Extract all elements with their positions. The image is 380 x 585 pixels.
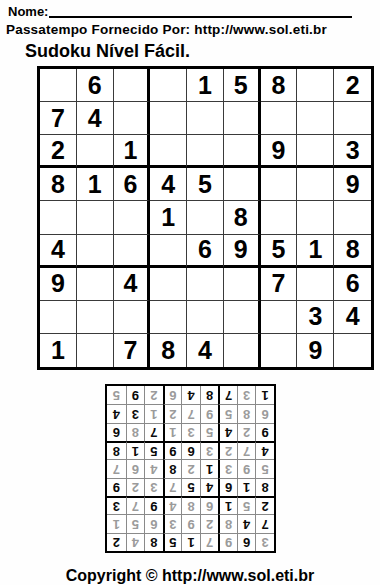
solution-cell-r9c5: 4 — [181, 386, 200, 404]
sudoku-cell-r4c4: 4 — [150, 168, 187, 201]
sudoku-cell-r2c3[interactable] — [114, 102, 151, 135]
sudoku-cell-r2c2: 4 — [77, 102, 114, 135]
sudoku-cell-r1c4[interactable] — [150, 69, 187, 102]
sudoku-cell-r8c1[interactable] — [40, 301, 77, 334]
sudoku-cell-r3c3: 1 — [114, 135, 151, 168]
sudoku-cell-r6c7: 5 — [261, 235, 298, 268]
sudoku-cell-r3c4[interactable] — [150, 135, 187, 168]
copyright-line: Copyright © http://www.sol.eti.br — [0, 567, 380, 585]
sudoku-cell-r1c6: 5 — [224, 69, 261, 102]
sudoku-cell-r9c9[interactable] — [334, 334, 371, 367]
sudoku-cell-r4c1: 8 — [40, 168, 77, 201]
solution-cell-r3c4: 6 — [199, 496, 218, 514]
puzzle-page: Nome: Passatempo Fornecido Por: http://w… — [0, 0, 380, 585]
sudoku-cell-r3c6[interactable] — [224, 135, 261, 168]
solution-cell-r6c5: 6 — [181, 441, 200, 459]
sudoku-cell-r5c3[interactable] — [114, 201, 151, 234]
page-title: Sudoku Nível Fácil. — [0, 37, 380, 62]
sudoku-cell-r7c5[interactable] — [187, 268, 224, 301]
sudoku-cell-r4c2: 1 — [77, 168, 114, 201]
solution-cell-r7c8: 8 — [125, 423, 144, 441]
solution-cell-r4c9: 9 — [107, 478, 126, 496]
sudoku-cell-r2c1: 7 — [40, 102, 77, 135]
sudoku-cell-r4c6[interactable] — [224, 168, 261, 201]
name-label: Nome: — [8, 5, 48, 18]
solution-cell-r2c7: 6 — [144, 514, 163, 532]
solution-cell-r6c8: 1 — [125, 441, 144, 459]
solution-cell-r8c2: 8 — [236, 404, 255, 422]
solution-cell-r4c7: 3 — [144, 478, 163, 496]
solution-cell-r2c8: 5 — [125, 514, 144, 532]
sudoku-cell-r1c8[interactable] — [297, 69, 334, 102]
solution-cell-r7c9: 6 — [107, 423, 126, 441]
solution-cell-r4c5: 5 — [181, 478, 200, 496]
solution-cell-r2c2: 4 — [236, 514, 255, 532]
sudoku-cell-r8c4[interactable] — [150, 301, 187, 334]
solution-cell-r7c4: 5 — [199, 423, 218, 441]
sudoku-cell-r9c7[interactable] — [261, 334, 298, 367]
name-field-row: Nome: — [0, 0, 380, 18]
sudoku-cell-r9c3: 7 — [114, 334, 151, 367]
sudoku-cell-r8c3[interactable] — [114, 301, 151, 334]
solution-cell-r3c7: 9 — [144, 496, 163, 514]
solution-cell-r9c3: 7 — [218, 386, 237, 404]
solution-cell-r9c4: 8 — [199, 386, 218, 404]
solution-board-wrap: 3697158427482936512516849738164573295931… — [0, 384, 380, 553]
sudoku-cell-r6c4[interactable] — [150, 235, 187, 268]
solution-cell-r2c9: 1 — [107, 514, 126, 532]
sudoku-cell-r6c6: 9 — [224, 235, 261, 268]
sudoku-cell-r7c9: 6 — [334, 268, 371, 301]
sudoku-cell-r7c6[interactable] — [224, 268, 261, 301]
solution-cell-r9c7: 2 — [144, 386, 163, 404]
solution-cell-r6c1: 4 — [255, 441, 274, 459]
sudoku-cell-r9c5: 4 — [187, 334, 224, 367]
sudoku-cell-r6c5: 6 — [187, 235, 224, 268]
solution-cell-r8c5: 7 — [181, 404, 200, 422]
sudoku-cell-r9c8: 9 — [297, 334, 334, 367]
solution-cell-r1c1: 3 — [255, 533, 274, 551]
solution-cell-r9c9: 5 — [107, 386, 126, 404]
solution-cell-r1c9: 2 — [107, 533, 126, 551]
sudoku-cell-r6c2[interactable] — [77, 235, 114, 268]
solution-cell-r1c4: 7 — [199, 533, 218, 551]
sudoku-cell-r1c5: 1 — [187, 69, 224, 102]
sudoku-cell-r4c5: 5 — [187, 168, 224, 201]
sudoku-cell-r5c2[interactable] — [77, 201, 114, 234]
solution-cell-r4c2: 1 — [236, 478, 255, 496]
solution-cell-r8c4: 9 — [199, 404, 218, 422]
solution-cell-r5c7: 4 — [144, 459, 163, 477]
solution-cell-r2c4: 2 — [199, 514, 218, 532]
solution-cell-r4c8: 2 — [125, 478, 144, 496]
sudoku-cell-r7c4[interactable] — [150, 268, 187, 301]
solution-cell-r6c3: 2 — [218, 441, 237, 459]
sudoku-cell-r5c6: 8 — [224, 201, 261, 234]
sudoku-cell-r8c2[interactable] — [77, 301, 114, 334]
sudoku-cell-r5c1[interactable] — [40, 201, 77, 234]
solution-cell-r5c8: 6 — [125, 459, 144, 477]
solution-cell-r7c3: 4 — [218, 423, 237, 441]
solution-cell-r6c2: 7 — [236, 441, 255, 459]
solution-cell-r7c5: 3 — [181, 423, 200, 441]
solution-cell-r5c2: 9 — [236, 459, 255, 477]
sudoku-cell-r3c5[interactable] — [187, 135, 224, 168]
sudoku-cell-r6c3[interactable] — [114, 235, 151, 268]
solution-cell-r4c4: 4 — [199, 478, 218, 496]
solution-cell-r3c2: 5 — [236, 496, 255, 514]
sudoku-cell-r6c9: 8 — [334, 235, 371, 268]
sudoku-cell-r3c8[interactable] — [297, 135, 334, 168]
solution-cell-r5c5: 2 — [181, 459, 200, 477]
sudoku-cell-r4c3: 6 — [114, 168, 151, 201]
solution-cell-r9c6: 6 — [162, 386, 181, 404]
sudoku-cell-r1c9: 2 — [334, 69, 371, 102]
sudoku-cell-r8c5[interactable] — [187, 301, 224, 334]
sudoku-cell-r7c1: 9 — [40, 268, 77, 301]
sudoku-cell-r9c6[interactable] — [224, 334, 261, 367]
solution-cell-r3c8: 7 — [125, 496, 144, 514]
sudoku-cell-r5c9[interactable] — [334, 201, 371, 234]
sudoku-cell-r5c8[interactable] — [297, 201, 334, 234]
solution-cell-r2c3: 8 — [218, 514, 237, 532]
solution-cell-r4c6: 7 — [162, 478, 181, 496]
solution-board: 3697158427482936512516849738164573295931… — [105, 384, 276, 553]
sudoku-cell-r9c4: 8 — [150, 334, 187, 367]
solution-cell-r3c6: 4 — [162, 496, 181, 514]
sudoku-cell-r2c9[interactable] — [334, 102, 371, 135]
solution-cell-r8c3: 5 — [218, 404, 237, 422]
sudoku-cell-r3c1: 2 — [40, 135, 77, 168]
solution-cell-r8c9: 4 — [107, 404, 126, 422]
solution-cell-r2c6: 3 — [162, 514, 181, 532]
sudoku-cell-r4c8[interactable] — [297, 168, 334, 201]
sudoku-cell-r2c8[interactable] — [297, 102, 334, 135]
solution-cell-r8c7: 1 — [144, 404, 163, 422]
sudoku-cell-r1c3[interactable] — [114, 69, 151, 102]
solution-cell-r1c3: 9 — [218, 533, 237, 551]
solution-cell-r8c6: 2 — [162, 404, 181, 422]
solution-cell-r1c5: 1 — [181, 533, 200, 551]
sudoku-cell-r7c2[interactable] — [77, 268, 114, 301]
sudoku-cell-r7c7: 7 — [261, 268, 298, 301]
sudoku-cell-r8c6[interactable] — [224, 301, 261, 334]
solution-cell-r9c1: 1 — [255, 386, 274, 404]
sudoku-cell-r3c7: 9 — [261, 135, 298, 168]
solution-cell-r7c6: 1 — [162, 423, 181, 441]
solution-cell-r9c2: 3 — [236, 386, 255, 404]
solution-cell-r1c8: 4 — [125, 533, 144, 551]
solution-cell-r5c4: 1 — [199, 459, 218, 477]
sudoku-cell-r2c7[interactable] — [261, 102, 298, 135]
sudoku-cell-r3c9: 3 — [334, 135, 371, 168]
sudoku-board: 615827421938164591846951894763417849 — [37, 66, 374, 370]
solution-cell-r4c1: 8 — [255, 478, 274, 496]
name-blank-line[interactable] — [49, 4, 352, 18]
solution-cell-r5c6: 8 — [162, 459, 181, 477]
solution-cell-r6c7: 5 — [144, 441, 163, 459]
solution-cell-r2c1: 7 — [255, 514, 274, 532]
solution-cell-r3c3: 1 — [218, 496, 237, 514]
solution-cell-r9c8: 9 — [125, 386, 144, 404]
sudoku-cell-r7c3: 4 — [114, 268, 151, 301]
sudoku-cell-r3c2[interactable] — [77, 135, 114, 168]
solution-cell-r3c1: 2 — [255, 496, 274, 514]
solution-cell-r4c3: 6 — [218, 478, 237, 496]
sudoku-cell-r1c7: 8 — [261, 69, 298, 102]
sudoku-cell-r2c4[interactable] — [150, 102, 187, 135]
solution-cell-r1c6: 5 — [162, 533, 181, 551]
sudoku-cell-r4c7[interactable] — [261, 168, 298, 201]
sudoku-cell-r2c6[interactable] — [224, 102, 261, 135]
sudoku-cell-r9c1: 1 — [40, 334, 77, 367]
solution-cell-r8c1: 6 — [255, 404, 274, 422]
sudoku-cell-r1c1[interactable] — [40, 69, 77, 102]
provider-line: Passatempo Fornecido Por: http://www.sol… — [0, 18, 380, 37]
solution-cell-r5c9: 7 — [107, 459, 126, 477]
solution-cell-r8c8: 3 — [125, 404, 144, 422]
sudoku-cell-r7c8[interactable] — [297, 268, 334, 301]
solution-cell-r6c9: 8 — [107, 441, 126, 459]
solution-cell-r5c3: 3 — [218, 459, 237, 477]
solution-cell-r6c4: 3 — [199, 441, 218, 459]
sudoku-cell-r2c5[interactable] — [187, 102, 224, 135]
solution-cell-r5c1: 5 — [255, 459, 274, 477]
solution-cell-r7c1: 9 — [255, 423, 274, 441]
solution-cell-r3c5: 8 — [181, 496, 200, 514]
solution-cell-r3c9: 3 — [107, 496, 126, 514]
sudoku-cell-r9c2[interactable] — [77, 334, 114, 367]
solution-cell-r1c2: 6 — [236, 533, 255, 551]
sudoku-cell-r8c9: 4 — [334, 301, 371, 334]
sudoku-cell-r6c1: 4 — [40, 235, 77, 268]
sudoku-cell-r8c8: 3 — [297, 301, 334, 334]
solution-cell-r7c2: 2 — [236, 423, 255, 441]
sudoku-cell-r6c8: 1 — [297, 235, 334, 268]
solution-cell-r6c6: 9 — [162, 441, 181, 459]
sudoku-cell-r5c5[interactable] — [187, 201, 224, 234]
sudoku-cell-r5c4: 1 — [150, 201, 187, 234]
solution-cell-r1c7: 8 — [144, 533, 163, 551]
sudoku-cell-r5c7[interactable] — [261, 201, 298, 234]
solution-cell-r2c5: 9 — [181, 514, 200, 532]
sudoku-cell-r4c9: 9 — [334, 168, 371, 201]
solution-cell-r7c7: 7 — [144, 423, 163, 441]
sudoku-cell-r8c7[interactable] — [261, 301, 298, 334]
sudoku-cell-r1c2: 6 — [77, 69, 114, 102]
